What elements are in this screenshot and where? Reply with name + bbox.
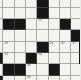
clue-number: 34 xyxy=(38,53,42,57)
cell-r3c3[interactable] xyxy=(26,30,37,41)
crossword-grid: 171819202122252829303133343638 xyxy=(0,0,80,80)
cell-r5c1[interactable]: 33 xyxy=(3,53,14,64)
clue-number: 28 xyxy=(4,42,8,46)
black-cell-r2c1 xyxy=(3,19,14,30)
black-cell-r6c5 xyxy=(49,64,60,75)
cell-r3c6[interactable] xyxy=(60,30,71,41)
cell-r3c5[interactable] xyxy=(49,30,60,41)
cell-r3c1[interactable] xyxy=(3,30,14,41)
clue-number: 22 xyxy=(72,0,76,2)
cell-r6c4[interactable] xyxy=(37,64,48,75)
cell-r0c7[interactable]: 22 xyxy=(71,0,80,8)
cell-r7c1[interactable] xyxy=(3,76,14,80)
cell-r3c2[interactable] xyxy=(15,30,26,41)
cell-r2c7[interactable] xyxy=(71,19,80,30)
cell-r2c3[interactable] xyxy=(26,19,37,30)
clue-number: 25 xyxy=(38,19,42,23)
cell-r7c7[interactable] xyxy=(71,76,80,80)
cell-r4c5[interactable]: 29 xyxy=(49,42,60,53)
cell-r4c3[interactable] xyxy=(26,42,37,53)
cell-r0c6[interactable]: 21 xyxy=(60,0,71,8)
cell-r1c7[interactable] xyxy=(71,8,80,19)
cell-r2c5[interactable] xyxy=(49,19,60,30)
clue-number: 29 xyxy=(49,42,53,46)
cell-r6c7[interactable] xyxy=(71,64,80,75)
offscreen-black-cell-sliver-r5 xyxy=(79,53,81,64)
black-cell-r2c2 xyxy=(15,19,26,30)
cell-r4c2[interactable] xyxy=(15,42,26,53)
cell-r5c4[interactable]: 34 xyxy=(37,53,48,64)
cell-r6c6[interactable] xyxy=(60,64,71,75)
cell-r1c3[interactable] xyxy=(26,8,37,19)
offscreen-black-cell-sliver-r4 xyxy=(79,42,81,53)
cell-r3c4[interactable] xyxy=(37,30,48,41)
black-cell-r2c6 xyxy=(60,19,71,30)
cell-r7c3[interactable]: 38 xyxy=(26,76,37,80)
cell-r1c6[interactable] xyxy=(60,8,71,19)
cell-r7c2[interactable] xyxy=(15,76,26,80)
clue-number: 30 xyxy=(60,42,64,46)
cell-r1c5[interactable] xyxy=(49,8,60,19)
clue-number: 36 xyxy=(26,64,30,68)
cell-r5c2[interactable] xyxy=(15,53,26,64)
cell-r5c5[interactable] xyxy=(49,53,60,64)
cell-r1c1[interactable] xyxy=(3,8,14,19)
clue-number: 38 xyxy=(26,76,30,80)
black-cell-r6c2 xyxy=(15,64,26,75)
clue-number: 20 xyxy=(49,0,53,2)
cell-r4c6[interactable]: 30 xyxy=(60,42,71,53)
cell-r6c3[interactable]: 36 xyxy=(26,64,37,75)
cell-r0c1[interactable]: 17 xyxy=(3,0,14,8)
cell-r0c3[interactable]: 19 xyxy=(26,0,37,8)
cell-r7c5[interactable] xyxy=(49,76,60,80)
black-cell-r3c7 xyxy=(71,30,80,41)
cell-r5c6[interactable] xyxy=(60,53,71,64)
cell-r1c2[interactable] xyxy=(15,8,26,19)
black-cell-r6c1 xyxy=(3,64,14,75)
cell-r7c6[interactable] xyxy=(60,76,71,80)
cell-r0c5[interactable]: 20 xyxy=(49,0,60,8)
cell-r0c2[interactable]: 18 xyxy=(15,0,26,8)
cell-r2c4[interactable]: 25 xyxy=(37,19,48,30)
clue-number: 18 xyxy=(15,0,19,2)
clue-number: 21 xyxy=(60,0,64,2)
black-cell-r0c4 xyxy=(37,0,48,8)
clue-number: 17 xyxy=(4,0,8,2)
crossword-board: 171819202122252829303133343638 xyxy=(0,0,80,80)
clue-number: 33 xyxy=(4,53,8,57)
clue-number: 19 xyxy=(26,0,30,2)
clue-number: 31 xyxy=(72,42,76,46)
cell-r7c4[interactable] xyxy=(37,76,48,80)
